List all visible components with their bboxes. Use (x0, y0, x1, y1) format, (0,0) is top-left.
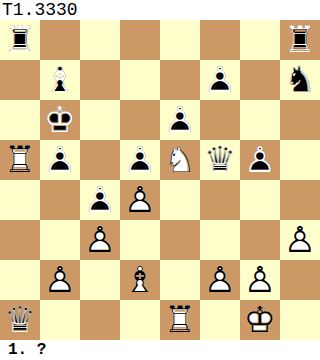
square-f6[interactable] (200, 100, 240, 140)
white-rook-icon: ♜♖ (160, 300, 200, 340)
square-g6[interactable] (240, 100, 280, 140)
black-knight-icon: ♞♘ (280, 60, 320, 100)
square-e6[interactable]: ♟♙ (160, 100, 200, 140)
square-f1[interactable] (200, 300, 240, 340)
black-queen-icon: ♛♕ (200, 140, 240, 180)
square-h6[interactable] (280, 100, 320, 140)
black-pawn-icon: ♟♙ (80, 180, 120, 220)
white-pawn-icon: ♟♙ (40, 260, 80, 300)
puzzle-id: T1.3330 (0, 0, 320, 20)
white-pawn-icon: ♟♙ (80, 220, 120, 260)
square-g4[interactable] (240, 180, 280, 220)
square-b4[interactable] (40, 180, 80, 220)
square-a3[interactable] (0, 220, 40, 260)
black-pawn-icon: ♟♙ (40, 140, 80, 180)
square-e8[interactable] (160, 20, 200, 60)
square-f3[interactable] (200, 220, 240, 260)
white-king-icon: ♚♔ (240, 300, 280, 340)
square-d3[interactable] (120, 220, 160, 260)
square-g8[interactable] (240, 20, 280, 60)
white-pawn-icon: ♟♙ (120, 180, 160, 220)
chess-board: ♜♖♜♖♝♗♟♙♞♘♚♔♟♙♜♖♟♙♟♙♞♘♛♕♟♙♟♙♟♙♟♙♟♙♟♙♝♗♟♙… (0, 20, 320, 340)
square-h5[interactable] (280, 140, 320, 180)
square-a1[interactable]: ♛♕ (0, 300, 40, 340)
square-h1[interactable] (280, 300, 320, 340)
white-bishop-icon: ♝♗ (120, 260, 160, 300)
square-h3[interactable]: ♟♙ (280, 220, 320, 260)
move-prompt: 1. ? (0, 340, 320, 360)
white-knight-icon: ♞♘ (160, 140, 200, 180)
square-b5[interactable]: ♟♙ (40, 140, 80, 180)
square-h8[interactable]: ♜♖ (280, 20, 320, 60)
square-e5[interactable]: ♞♘ (160, 140, 200, 180)
square-f8[interactable] (200, 20, 240, 60)
square-a8[interactable]: ♜♖ (0, 20, 40, 60)
square-e2[interactable] (160, 260, 200, 300)
square-d4[interactable]: ♟♙ (120, 180, 160, 220)
square-a4[interactable] (0, 180, 40, 220)
square-a7[interactable] (0, 60, 40, 100)
square-e3[interactable] (160, 220, 200, 260)
square-c5[interactable] (80, 140, 120, 180)
square-c4[interactable]: ♟♙ (80, 180, 120, 220)
square-c7[interactable] (80, 60, 120, 100)
square-c6[interactable] (80, 100, 120, 140)
square-c8[interactable] (80, 20, 120, 60)
square-e1[interactable]: ♜♖ (160, 300, 200, 340)
square-c2[interactable] (80, 260, 120, 300)
square-c3[interactable]: ♟♙ (80, 220, 120, 260)
black-rook-icon: ♜♖ (280, 20, 320, 60)
square-g7[interactable] (240, 60, 280, 100)
square-g3[interactable] (240, 220, 280, 260)
square-b1[interactable] (40, 300, 80, 340)
white-pawn-icon: ♟♙ (200, 260, 240, 300)
square-b2[interactable]: ♟♙ (40, 260, 80, 300)
square-h4[interactable] (280, 180, 320, 220)
black-pawn-icon: ♟♙ (200, 60, 240, 100)
square-d6[interactable] (120, 100, 160, 140)
square-d5[interactable]: ♟♙ (120, 140, 160, 180)
black-king-icon: ♚♔ (40, 100, 80, 140)
square-f4[interactable] (200, 180, 240, 220)
square-a6[interactable] (0, 100, 40, 140)
square-g1[interactable]: ♚♔ (240, 300, 280, 340)
square-h7[interactable]: ♞♘ (280, 60, 320, 100)
black-rook-icon: ♜♖ (0, 20, 40, 60)
white-rook-icon: ♜♖ (0, 140, 40, 180)
square-d1[interactable] (120, 300, 160, 340)
black-pawn-icon: ♟♙ (120, 140, 160, 180)
black-queen-icon: ♛♕ (0, 300, 40, 340)
white-pawn-icon: ♟♙ (280, 220, 320, 260)
square-f7[interactable]: ♟♙ (200, 60, 240, 100)
square-a2[interactable] (0, 260, 40, 300)
square-e4[interactable] (160, 180, 200, 220)
square-d8[interactable] (120, 20, 160, 60)
square-b3[interactable] (40, 220, 80, 260)
square-b7[interactable]: ♝♗ (40, 60, 80, 100)
square-d7[interactable] (120, 60, 160, 100)
square-b6[interactable]: ♚♔ (40, 100, 80, 140)
square-d2[interactable]: ♝♗ (120, 260, 160, 300)
square-e7[interactable] (160, 60, 200, 100)
square-h2[interactable] (280, 260, 320, 300)
black-pawn-icon: ♟♙ (160, 100, 200, 140)
white-pawn-icon: ♟♙ (240, 260, 280, 300)
black-bishop-icon: ♝♗ (40, 60, 80, 100)
black-pawn-icon: ♟♙ (240, 140, 280, 180)
square-c1[interactable] (80, 300, 120, 340)
square-g2[interactable]: ♟♙ (240, 260, 280, 300)
square-f2[interactable]: ♟♙ (200, 260, 240, 300)
square-b8[interactable] (40, 20, 80, 60)
square-f5[interactable]: ♛♕ (200, 140, 240, 180)
square-a5[interactable]: ♜♖ (0, 140, 40, 180)
square-g5[interactable]: ♟♙ (240, 140, 280, 180)
